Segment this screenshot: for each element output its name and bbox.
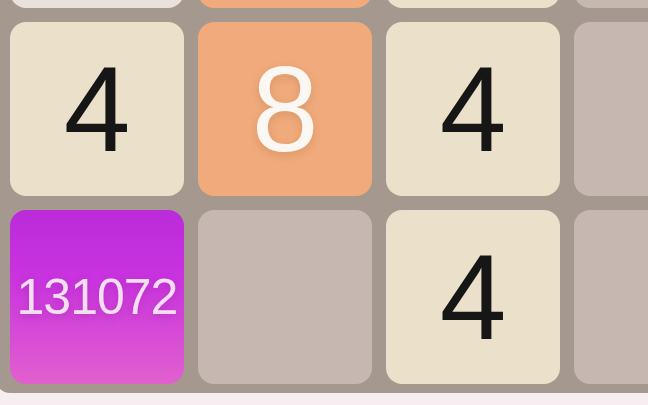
empty-cell bbox=[198, 210, 372, 384]
tile-value: 4 bbox=[64, 49, 131, 169]
tile-4: 4 bbox=[386, 22, 560, 196]
partial-tile-4 bbox=[386, 0, 560, 8]
empty-cell bbox=[574, 22, 648, 196]
tile-4: 4 bbox=[386, 210, 560, 384]
tile-4: 4 bbox=[10, 22, 184, 196]
tile-value: 4 bbox=[440, 237, 507, 357]
empty-cell bbox=[574, 210, 648, 384]
tile-131072: 131072 bbox=[10, 210, 184, 384]
tile-value: 4 bbox=[440, 49, 507, 169]
game-viewport: 4 8 4 131072 4 bbox=[0, 0, 648, 405]
partial-tile-8 bbox=[198, 0, 372, 8]
tile-value: 131072 bbox=[17, 272, 178, 322]
partial-tile-2 bbox=[10, 0, 184, 8]
tile-8: 8 bbox=[198, 22, 372, 196]
empty-cell bbox=[574, 0, 648, 8]
tile-value: 8 bbox=[252, 49, 319, 169]
